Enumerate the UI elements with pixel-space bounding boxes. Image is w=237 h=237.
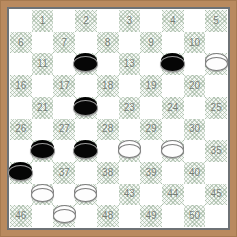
light-square (205, 162, 227, 184)
square-number-16: 16 (15, 81, 26, 91)
square-45[interactable]: 45 (205, 184, 227, 206)
light-square (119, 162, 141, 184)
square-number-9: 9 (148, 38, 154, 48)
square-26[interactable]: 26 (10, 119, 32, 141)
light-square (119, 75, 141, 97)
square-10[interactable]: 10 (184, 32, 206, 54)
light-square (53, 53, 75, 75)
light-square (184, 97, 206, 119)
square-13[interactable]: 13 (119, 53, 141, 75)
light-square (10, 184, 32, 206)
light-square (140, 184, 162, 206)
square-19[interactable]: 19 (140, 75, 162, 97)
light-square (53, 10, 75, 32)
square-7[interactable]: 7 (53, 32, 75, 54)
square-30[interactable]: 30 (184, 119, 206, 141)
square-number-28: 28 (102, 124, 113, 134)
square-number-24: 24 (167, 103, 178, 113)
square-29[interactable]: 29 (140, 119, 162, 141)
square-36[interactable] (10, 162, 32, 184)
light-square (162, 75, 184, 97)
square-2[interactable]: 2 (75, 10, 97, 32)
light-square (32, 119, 54, 141)
light-square (97, 10, 119, 32)
light-square (184, 53, 206, 75)
black-man-square-36[interactable] (9, 162, 32, 177)
white-man-square-42[interactable] (74, 184, 97, 199)
square-8[interactable]: 8 (97, 32, 119, 54)
light-square (97, 97, 119, 119)
light-square (184, 10, 206, 32)
square-31[interactable] (32, 140, 54, 162)
square-number-48: 48 (102, 211, 113, 221)
light-square (75, 75, 97, 97)
square-49[interactable]: 49 (140, 205, 162, 227)
light-square (140, 97, 162, 119)
square-22[interactable] (75, 97, 97, 119)
square-44[interactable]: 44 (162, 184, 184, 206)
light-square (140, 10, 162, 32)
light-square (10, 140, 32, 162)
light-square (205, 75, 227, 97)
square-number-17: 17 (59, 81, 70, 91)
square-number-11: 11 (37, 59, 47, 69)
square-number-49: 49 (145, 211, 156, 221)
square-number-43: 43 (124, 189, 135, 199)
light-square (205, 32, 227, 54)
square-number-8: 8 (105, 38, 111, 48)
square-41[interactable] (32, 184, 54, 206)
square-20[interactable]: 20 (184, 75, 206, 97)
square-number-18: 18 (102, 81, 113, 91)
board-frame: 1234567891011131617181920212324252627282… (0, 0, 237, 237)
light-square (97, 53, 119, 75)
square-38[interactable]: 38 (97, 162, 119, 184)
square-46[interactable]: 46 (10, 205, 32, 227)
black-man-square-32[interactable] (74, 140, 97, 155)
square-number-44: 44 (167, 189, 178, 199)
light-square (119, 32, 141, 54)
black-man-square-14[interactable] (161, 53, 184, 68)
light-square (32, 75, 54, 97)
square-37[interactable]: 37 (53, 162, 75, 184)
light-square (75, 119, 97, 141)
black-man-square-12[interactable] (74, 53, 97, 68)
light-square (97, 140, 119, 162)
draughts-board: 1234567891011131617181920212324252627282… (10, 10, 227, 227)
white-man-square-47[interactable] (53, 205, 76, 220)
square-43[interactable]: 43 (119, 184, 141, 206)
square-number-25: 25 (211, 103, 222, 113)
board-panel: 1234567891011131617181920212324252627282… (7, 7, 230, 230)
light-square (184, 140, 206, 162)
light-square (119, 205, 141, 227)
square-42[interactable] (75, 184, 97, 206)
square-48[interactable]: 48 (97, 205, 119, 227)
square-28[interactable]: 28 (97, 119, 119, 141)
light-square (140, 140, 162, 162)
square-4[interactable]: 4 (162, 10, 184, 32)
square-34[interactable] (162, 140, 184, 162)
square-number-46: 46 (15, 211, 26, 221)
light-square (32, 205, 54, 227)
black-man-square-22[interactable] (74, 97, 97, 112)
square-number-4: 4 (170, 16, 176, 26)
square-14[interactable] (162, 53, 184, 75)
square-number-29: 29 (145, 124, 156, 134)
square-1[interactable]: 1 (32, 10, 54, 32)
light-square (10, 97, 32, 119)
light-square (162, 32, 184, 54)
square-40[interactable]: 40 (184, 162, 206, 184)
white-man-square-34[interactable] (161, 140, 184, 155)
square-number-10: 10 (189, 38, 200, 48)
square-12[interactable] (75, 53, 97, 75)
light-square (10, 53, 32, 75)
square-number-3: 3 (127, 16, 133, 26)
light-square (205, 119, 227, 141)
square-18[interactable]: 18 (97, 75, 119, 97)
square-number-40: 40 (189, 168, 200, 178)
square-number-1: 1 (40, 16, 46, 26)
square-47[interactable] (53, 205, 75, 227)
black-man-square-31[interactable] (31, 140, 54, 155)
square-number-7: 7 (61, 38, 67, 48)
square-number-50: 50 (189, 211, 200, 221)
light-square (10, 10, 32, 32)
square-5[interactable]: 5 (205, 10, 227, 32)
square-number-38: 38 (102, 168, 113, 178)
square-number-37: 37 (59, 168, 70, 178)
square-number-35: 35 (211, 146, 222, 156)
light-square (75, 205, 97, 227)
light-square (32, 32, 54, 54)
square-21[interactable]: 21 (32, 97, 54, 119)
square-number-2: 2 (83, 16, 89, 26)
square-number-23: 23 (124, 103, 135, 113)
square-25[interactable]: 25 (205, 97, 227, 119)
light-square (119, 119, 141, 141)
white-man-square-33[interactable] (118, 140, 141, 155)
square-35[interactable]: 35 (205, 140, 227, 162)
light-square (32, 162, 54, 184)
light-square (75, 32, 97, 54)
white-man-square-41[interactable] (31, 184, 54, 199)
light-square (205, 205, 227, 227)
light-square (184, 184, 206, 206)
white-man-square-15[interactable] (205, 53, 228, 68)
square-number-21: 21 (37, 103, 48, 113)
square-11[interactable]: 11 (32, 53, 54, 75)
light-square (53, 140, 75, 162)
square-number-19: 19 (145, 81, 156, 91)
square-24[interactable]: 24 (162, 97, 184, 119)
square-number-20: 20 (189, 81, 200, 91)
light-square (162, 162, 184, 184)
square-number-5: 5 (213, 16, 219, 26)
square-33[interactable] (119, 140, 141, 162)
light-square (53, 184, 75, 206)
square-number-13: 13 (124, 59, 135, 69)
light-square (53, 97, 75, 119)
square-50[interactable]: 50 (184, 205, 206, 227)
square-number-6: 6 (18, 38, 24, 48)
square-9[interactable]: 9 (140, 32, 162, 54)
square-number-26: 26 (15, 124, 26, 134)
square-16[interactable]: 16 (10, 75, 32, 97)
light-square (140, 53, 162, 75)
light-square (75, 162, 97, 184)
square-27[interactable]: 27 (53, 119, 75, 141)
square-32[interactable] (75, 140, 97, 162)
square-number-27: 27 (59, 124, 70, 134)
light-square (162, 205, 184, 227)
light-square (162, 119, 184, 141)
square-6[interactable]: 6 (10, 32, 32, 54)
square-3[interactable]: 3 (119, 10, 141, 32)
square-23[interactable]: 23 (119, 97, 141, 119)
square-15[interactable] (205, 53, 227, 75)
light-square (97, 184, 119, 206)
square-39[interactable]: 39 (140, 162, 162, 184)
square-number-30: 30 (189, 124, 200, 134)
square-17[interactable]: 17 (53, 75, 75, 97)
square-number-39: 39 (145, 168, 156, 178)
square-number-45: 45 (211, 189, 222, 199)
